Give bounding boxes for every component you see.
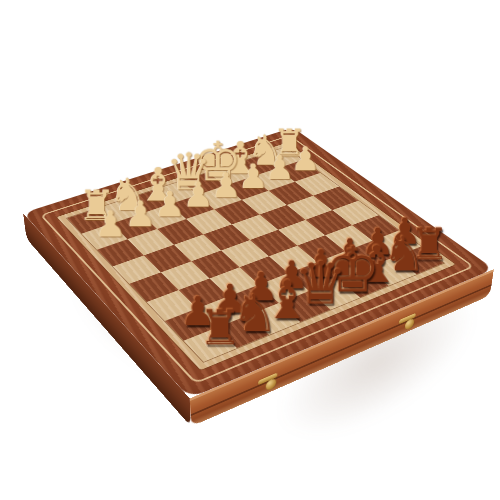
piece-white-pawn: ♟ [93, 206, 127, 242]
piece-white-pawn: ♟ [124, 197, 158, 233]
piece-white-pawn: ♟ [153, 187, 186, 222]
piece-white-pawn: ♟ [182, 178, 215, 213]
brass-clasp-left [258, 370, 279, 397]
board-box-top: ♜♞♝♛♚♝♞♜♟♟♟♟♟♟♟♟♟♟♟♟♟♟♟♟♜♞♝♛♚♝♞♜ [23, 128, 494, 399]
square-f3 [242, 191, 287, 215]
piece-white-pawn: ♟ [210, 169, 242, 203]
product-photo-canvas: ♜♞♝♛♚♝♞♜♟♟♟♟♟♟♟♟♟♟♟♟♟♟♟♟♜♞♝♛♚♝♞♜ [0, 0, 500, 500]
piece-black-rook: ♜ [199, 304, 238, 352]
chess-set-scene: ♜♞♝♛♚♝♞♜♟♟♟♟♟♟♟♟♟♟♟♟♟♟♟♟♜♞♝♛♚♝♞♜ [23, 128, 494, 399]
